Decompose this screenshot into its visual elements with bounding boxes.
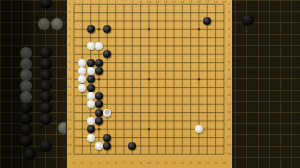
coord-bottom: 5 <box>106 162 108 165</box>
coord-top: 4 <box>98 1 100 4</box>
coord-right: 11 <box>227 86 231 89</box>
black-stone <box>103 134 111 142</box>
coord-right: 17 <box>227 136 231 139</box>
coord-bottom: 15 <box>189 162 193 165</box>
coord-right: 7 <box>228 53 230 56</box>
coord-top: 16 <box>197 1 201 4</box>
coord-left: 3 <box>69 19 71 22</box>
coord-right: 12 <box>227 94 231 97</box>
coord-right: 15 <box>227 119 231 122</box>
coord-left: 14 <box>68 111 72 114</box>
coord-bottom: 1 <box>73 162 75 165</box>
coord-left: 10 <box>68 78 72 81</box>
coord-top: 10 <box>147 1 151 4</box>
coord-left: 2 <box>69 11 71 14</box>
white-stone <box>87 67 95 75</box>
black-stone <box>87 59 95 67</box>
coord-top: 13 <box>172 1 176 4</box>
coord-bottom: 11 <box>155 162 159 165</box>
black-stone <box>87 75 95 83</box>
white-stone <box>87 117 95 125</box>
white-stone <box>103 109 111 117</box>
coord-right: 8 <box>228 61 230 64</box>
go-board[interactable]: 1111222233334444555566667777888899991010… <box>66 0 233 168</box>
white-stone <box>78 59 86 67</box>
coord-top: 7 <box>123 1 125 4</box>
white-stone <box>78 84 86 92</box>
coord-top: 6 <box>115 1 117 4</box>
coord-right: 3 <box>228 19 230 22</box>
coord-left: 18 <box>68 144 72 147</box>
coord-bottom: 13 <box>172 162 176 165</box>
coord-right: 14 <box>227 111 231 114</box>
coord-top: 17 <box>205 1 209 4</box>
coord-bottom: 17 <box>205 162 209 165</box>
black-stone <box>95 109 103 117</box>
last-move-marker <box>105 110 109 114</box>
coord-bottom: 6 <box>115 162 117 165</box>
white-stone <box>95 42 103 50</box>
coord-top: 9 <box>140 1 142 4</box>
black-stone <box>95 117 103 125</box>
coord-bottom: 9 <box>140 162 142 165</box>
coord-left: 8 <box>69 61 71 64</box>
coord-top: 19 <box>222 1 226 4</box>
coord-bottom: 3 <box>90 162 92 165</box>
black-stone <box>87 125 95 133</box>
coord-left: 6 <box>69 44 71 47</box>
coord-top: 5 <box>106 1 108 4</box>
coord-right: 13 <box>227 103 231 106</box>
coord-top: 3 <box>90 1 92 4</box>
coord-left: 19 <box>68 153 72 156</box>
white-stone <box>95 142 103 150</box>
coord-left: 11 <box>68 86 72 89</box>
coord-bottom: 7 <box>123 162 125 165</box>
coord-left: 4 <box>69 28 71 31</box>
coord-right: 4 <box>228 28 230 31</box>
coord-left: 9 <box>69 69 71 72</box>
coord-left: 13 <box>68 103 72 106</box>
coord-bottom: 19 <box>222 162 226 165</box>
coord-bottom: 10 <box>147 162 151 165</box>
coord-bottom: 2 <box>81 162 83 165</box>
coord-top: 14 <box>180 1 184 4</box>
coord-right: 19 <box>227 153 231 156</box>
coord-top: 2 <box>81 1 83 4</box>
coord-top: 8 <box>131 1 133 4</box>
coord-right: 16 <box>227 128 231 131</box>
white-stone <box>87 42 95 50</box>
coord-left: 16 <box>68 128 72 131</box>
coord-bottom: 12 <box>164 162 168 165</box>
black-stone <box>95 59 103 67</box>
coord-left: 1 <box>69 3 71 6</box>
white-stone <box>87 92 95 100</box>
coord-bottom: 18 <box>214 162 218 165</box>
coord-right: 10 <box>227 78 231 81</box>
coord-top: 18 <box>214 1 218 4</box>
coord-right: 18 <box>227 144 231 147</box>
coord-bottom: 4 <box>98 162 100 165</box>
black-stone <box>87 25 95 33</box>
coord-right: 6 <box>228 44 230 47</box>
coord-left: 12 <box>68 94 72 97</box>
coord-top: 11 <box>155 1 159 4</box>
coord-right: 5 <box>228 36 230 39</box>
coord-right: 2 <box>228 11 230 14</box>
coord-top: 15 <box>189 1 193 4</box>
coord-right: 1 <box>228 3 230 6</box>
coord-bottom: 8 <box>131 162 133 165</box>
coord-top: 12 <box>164 1 168 4</box>
black-stone <box>95 67 103 75</box>
black-stone <box>95 92 103 100</box>
coord-left: 17 <box>68 136 72 139</box>
black-stone <box>87 84 95 92</box>
white-stone <box>87 100 95 108</box>
coord-bottom: 14 <box>180 162 184 165</box>
coord-left: 7 <box>69 53 71 56</box>
coord-left: 5 <box>69 36 71 39</box>
go-app-window: 1111222233334444555566667777888899991010… <box>0 0 300 168</box>
coord-top: 1 <box>73 1 75 4</box>
coord-left: 15 <box>68 119 72 122</box>
white-stone <box>87 134 95 142</box>
coord-bottom: 16 <box>197 162 201 165</box>
coord-right: 9 <box>228 69 230 72</box>
